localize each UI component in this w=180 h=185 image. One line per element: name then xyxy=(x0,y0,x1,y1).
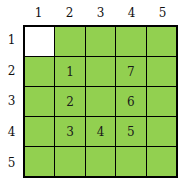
cell-r2c4[interactable]: 7 xyxy=(116,57,145,86)
column-label-1: 1 xyxy=(23,0,54,25)
cell-r4c3[interactable]: 4 xyxy=(86,117,115,146)
cell-r3c2[interactable]: 2 xyxy=(55,87,84,116)
cell-r1c3[interactable] xyxy=(86,27,115,56)
cell-r1c5[interactable] xyxy=(147,27,176,56)
cell-r1c2[interactable] xyxy=(55,27,84,56)
cell-r2c2[interactable]: 1 xyxy=(55,57,84,86)
column-label-2: 2 xyxy=(54,0,85,25)
row-label-3: 3 xyxy=(0,86,23,117)
cell-r1c4[interactable] xyxy=(116,27,145,56)
cell-r2c5[interactable] xyxy=(147,57,176,86)
cell-r4c2[interactable]: 3 xyxy=(55,117,84,146)
cell-r3c5[interactable] xyxy=(147,87,176,116)
cell-r2c1[interactable] xyxy=(25,57,54,86)
cell-r4c4[interactable]: 5 xyxy=(116,117,145,146)
cell-r2c3[interactable] xyxy=(86,57,115,86)
column-labels: 12345 xyxy=(23,0,178,25)
cell-r5c1[interactable] xyxy=(25,147,54,176)
column-label-4: 4 xyxy=(116,0,147,25)
row-label-4: 4 xyxy=(0,117,23,148)
cell-r3c1[interactable] xyxy=(25,87,54,116)
row-label-2: 2 xyxy=(0,56,23,87)
row-label-5: 5 xyxy=(0,147,23,178)
row-labels: 12345 xyxy=(0,25,23,178)
cell-r4c5[interactable] xyxy=(147,117,176,146)
cell-r3c4[interactable]: 6 xyxy=(116,87,145,116)
row-label-1: 1 xyxy=(0,25,23,56)
column-label-5: 5 xyxy=(147,0,178,25)
column-label-3: 3 xyxy=(85,0,116,25)
puzzle-board: 1726345 xyxy=(23,25,178,178)
cell-r5c2[interactable] xyxy=(55,147,84,176)
cell-r4c1[interactable] xyxy=(25,117,54,146)
cell-r5c5[interactable] xyxy=(147,147,176,176)
cell-r5c4[interactable] xyxy=(116,147,145,176)
cell-r5c3[interactable] xyxy=(86,147,115,176)
cell-r1c1[interactable] xyxy=(25,27,54,56)
cell-r3c3[interactable] xyxy=(86,87,115,116)
